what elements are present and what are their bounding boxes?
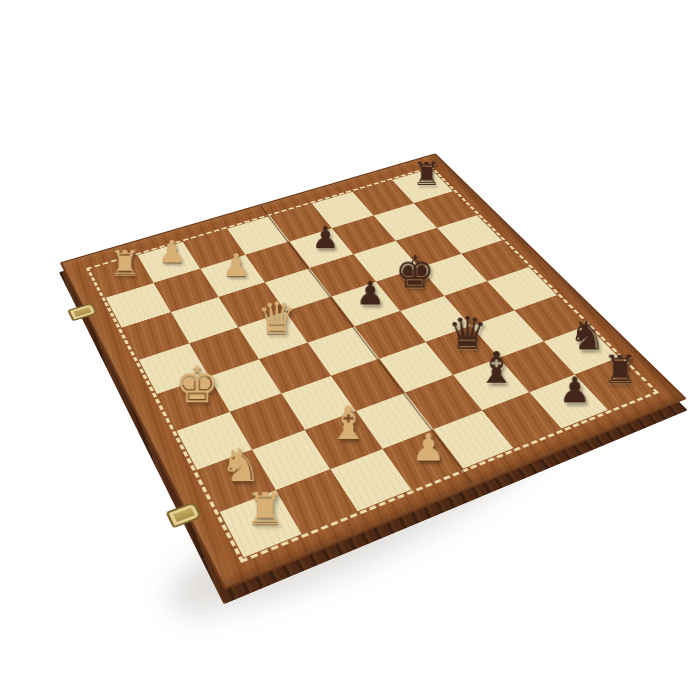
white-rook-h1[interactable]: ♜	[236, 487, 294, 532]
white-king-e1[interactable]: ♚	[171, 360, 223, 410]
perspective-scene: ♜♟♜♟♟♛♟♚♚♛♞♝♝♞♜♟♟♜	[0, 0, 700, 700]
black-king-d6[interactable]: ♚	[392, 250, 438, 295]
square-h1[interactable]: ♜	[220, 490, 302, 557]
black-pawn-b5[interactable]: ♟	[303, 222, 347, 253]
white-rook-a1[interactable]: ♜	[102, 246, 148, 281]
black-rook-a8[interactable]: ♜	[406, 158, 447, 190]
square-e8[interactable]	[487, 267, 557, 310]
black-pawn-d5[interactable]: ♟	[347, 277, 394, 309]
product-photo-stage: ♜♟♜♟♟♛♟♚♚♛♞♝♝♞♜♟♟♜	[0, 0, 700, 700]
white-queen-d3[interactable]: ♛	[252, 296, 301, 341]
chess-board: ♜♟♜♟♟♛♟♚♚♛♞♝♝♞♜♟♟♜	[60, 153, 687, 590]
black-bishop-g6[interactable]: ♝	[471, 347, 522, 391]
white-pawn-h4[interactable]: ♟	[401, 429, 456, 467]
white-knight-g1[interactable]: ♞	[213, 442, 269, 488]
black-pawn-h7[interactable]: ♟	[549, 372, 601, 408]
white-bishop-g3[interactable]: ♝	[322, 401, 376, 447]
white-pawn-b3[interactable]: ♟	[213, 249, 259, 281]
white-pawn-a2[interactable]: ♟	[149, 236, 194, 267]
black-rook-h8[interactable]: ♜	[595, 350, 646, 389]
board-frame: ♜♟♜♟♟♛♟♚♚♛♞♝♝♞♜♟♟♜	[60, 153, 687, 590]
